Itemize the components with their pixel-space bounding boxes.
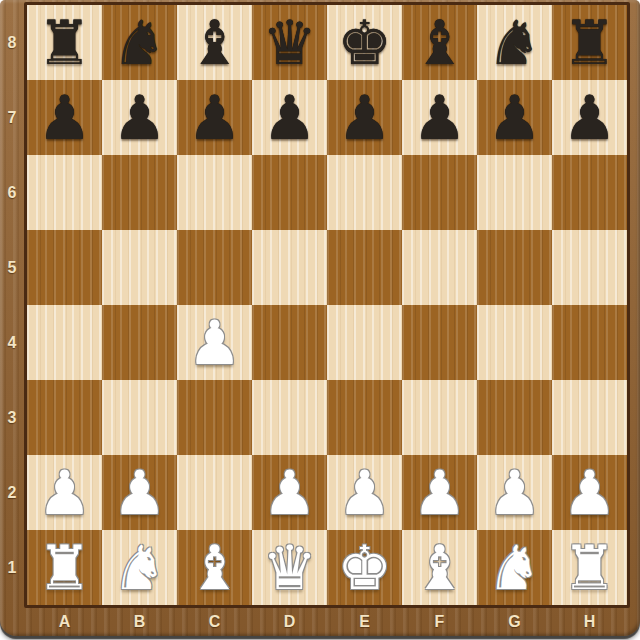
white-pawn-a2[interactable]: ♟ — [37, 455, 92, 530]
square-a3[interactable] — [27, 380, 102, 455]
white-pawn-g2[interactable]: ♟ — [487, 455, 542, 530]
square-e6[interactable] — [327, 155, 402, 230]
chess-board-border: ♜♞♝♛♚♝♞♜♟♟♟♟♟♟♟♟♟♟♟♟♟♟♟♟♜♞♝♛♚♝♞♜ — [24, 2, 630, 608]
square-d1[interactable]: ♛ — [252, 530, 327, 605]
white-pawn-c4[interactable]: ♟ — [187, 305, 242, 380]
rank-label-3: 3 — [0, 380, 24, 455]
square-c1[interactable]: ♝ — [177, 530, 252, 605]
white-pawn-d2[interactable]: ♟ — [262, 455, 317, 530]
square-f8[interactable]: ♝ — [402, 5, 477, 80]
square-b5[interactable] — [102, 230, 177, 305]
square-c7[interactable]: ♟ — [177, 80, 252, 155]
square-d5[interactable] — [252, 230, 327, 305]
square-d4[interactable] — [252, 305, 327, 380]
white-king-e1[interactable]: ♚ — [337, 530, 392, 605]
square-g6[interactable] — [477, 155, 552, 230]
square-g5[interactable] — [477, 230, 552, 305]
square-f3[interactable] — [402, 380, 477, 455]
file-label-a: A — [27, 609, 102, 634]
rank-label-4: 4 — [0, 305, 24, 380]
white-rook-a1[interactable]: ♜ — [37, 530, 92, 605]
square-d2[interactable]: ♟ — [252, 455, 327, 530]
square-a5[interactable] — [27, 230, 102, 305]
square-g1[interactable]: ♞ — [477, 530, 552, 605]
square-d8[interactable]: ♛ — [252, 5, 327, 80]
square-h4[interactable] — [552, 305, 627, 380]
square-g8[interactable]: ♞ — [477, 5, 552, 80]
white-pawn-e2[interactable]: ♟ — [337, 455, 392, 530]
square-h8[interactable]: ♜ — [552, 5, 627, 80]
black-king-e8[interactable]: ♚ — [337, 5, 392, 80]
black-pawn-b7[interactable]: ♟ — [112, 80, 167, 155]
black-rook-a8[interactable]: ♜ — [37, 5, 92, 80]
page-background: 87654321 ABCDEFGH ♜♞♝♛♚♝♞♜♟♟♟♟♟♟♟♟♟♟♟♟♟♟… — [0, 0, 640, 640]
square-d3[interactable] — [252, 380, 327, 455]
white-knight-b1[interactable]: ♞ — [112, 530, 167, 605]
square-f2[interactable]: ♟ — [402, 455, 477, 530]
file-label-e: E — [327, 609, 402, 634]
square-b6[interactable] — [102, 155, 177, 230]
square-b7[interactable]: ♟ — [102, 80, 177, 155]
square-b2[interactable]: ♟ — [102, 455, 177, 530]
white-bishop-f1[interactable]: ♝ — [412, 530, 467, 605]
square-b4[interactable] — [102, 305, 177, 380]
square-h6[interactable] — [552, 155, 627, 230]
square-f1[interactable]: ♝ — [402, 530, 477, 605]
file-label-h: H — [552, 609, 627, 634]
file-label-c: C — [177, 609, 252, 634]
black-bishop-f8[interactable]: ♝ — [412, 5, 467, 80]
square-h5[interactable] — [552, 230, 627, 305]
white-knight-g1[interactable]: ♞ — [487, 530, 542, 605]
square-a2[interactable]: ♟ — [27, 455, 102, 530]
white-bishop-c1[interactable]: ♝ — [187, 530, 242, 605]
chess-board: ♜♞♝♛♚♝♞♜♟♟♟♟♟♟♟♟♟♟♟♟♟♟♟♟♜♞♝♛♚♝♞♜ — [27, 5, 627, 605]
white-pawn-h2[interactable]: ♟ — [562, 455, 617, 530]
file-label-g: G — [477, 609, 552, 634]
file-label-b: B — [102, 609, 177, 634]
rank-labels: 87654321 — [0, 5, 24, 605]
square-f6[interactable] — [402, 155, 477, 230]
rank-label-2: 2 — [0, 455, 24, 530]
square-e4[interactable] — [327, 305, 402, 380]
square-h3[interactable] — [552, 380, 627, 455]
square-a4[interactable] — [27, 305, 102, 380]
square-h7[interactable]: ♟ — [552, 80, 627, 155]
black-pawn-c7[interactable]: ♟ — [187, 80, 242, 155]
square-c2[interactable] — [177, 455, 252, 530]
rank-label-7: 7 — [0, 80, 24, 155]
square-f4[interactable] — [402, 305, 477, 380]
square-c3[interactable] — [177, 380, 252, 455]
square-a1[interactable]: ♜ — [27, 530, 102, 605]
square-b1[interactable]: ♞ — [102, 530, 177, 605]
black-knight-b8[interactable]: ♞ — [112, 5, 167, 80]
white-pawn-f2[interactable]: ♟ — [412, 455, 467, 530]
black-pawn-d7[interactable]: ♟ — [262, 80, 317, 155]
white-queen-d1[interactable]: ♛ — [262, 530, 317, 605]
file-label-d: D — [252, 609, 327, 634]
square-e3[interactable] — [327, 380, 402, 455]
square-d6[interactable] — [252, 155, 327, 230]
file-labels: ABCDEFGH — [27, 609, 627, 634]
square-f7[interactable]: ♟ — [402, 80, 477, 155]
file-label-f: F — [402, 609, 477, 634]
black-pawn-h7[interactable]: ♟ — [562, 80, 617, 155]
rank-label-5: 5 — [0, 230, 24, 305]
square-b8[interactable]: ♞ — [102, 5, 177, 80]
square-h2[interactable]: ♟ — [552, 455, 627, 530]
white-rook-h1[interactable]: ♜ — [562, 530, 617, 605]
black-queen-d8[interactable]: ♛ — [262, 5, 317, 80]
square-a7[interactable]: ♟ — [27, 80, 102, 155]
black-knight-g8[interactable]: ♞ — [487, 5, 542, 80]
square-c4[interactable]: ♟ — [177, 305, 252, 380]
square-e8[interactable]: ♚ — [327, 5, 402, 80]
rank-label-6: 6 — [0, 155, 24, 230]
square-g4[interactable] — [477, 305, 552, 380]
rank-label-8: 8 — [0, 5, 24, 80]
square-f5[interactable] — [402, 230, 477, 305]
square-a6[interactable] — [27, 155, 102, 230]
black-pawn-g7[interactable]: ♟ — [487, 80, 542, 155]
square-g3[interactable] — [477, 380, 552, 455]
black-bishop-c8[interactable]: ♝ — [187, 5, 242, 80]
square-e7[interactable]: ♟ — [327, 80, 402, 155]
square-e1[interactable]: ♚ — [327, 530, 402, 605]
square-d7[interactable]: ♟ — [252, 80, 327, 155]
square-e2[interactable]: ♟ — [327, 455, 402, 530]
square-a8[interactable]: ♜ — [27, 5, 102, 80]
square-h1[interactable]: ♜ — [552, 530, 627, 605]
square-c5[interactable] — [177, 230, 252, 305]
square-e5[interactable] — [327, 230, 402, 305]
square-g2[interactable]: ♟ — [477, 455, 552, 530]
black-pawn-f7[interactable]: ♟ — [412, 80, 467, 155]
white-pawn-b2[interactable]: ♟ — [112, 455, 167, 530]
black-rook-h8[interactable]: ♜ — [562, 5, 617, 80]
black-pawn-a7[interactable]: ♟ — [37, 80, 92, 155]
square-b3[interactable] — [102, 380, 177, 455]
square-c8[interactable]: ♝ — [177, 5, 252, 80]
square-c6[interactable] — [177, 155, 252, 230]
square-g7[interactable]: ♟ — [477, 80, 552, 155]
rank-label-1: 1 — [0, 530, 24, 605]
black-pawn-e7[interactable]: ♟ — [337, 80, 392, 155]
